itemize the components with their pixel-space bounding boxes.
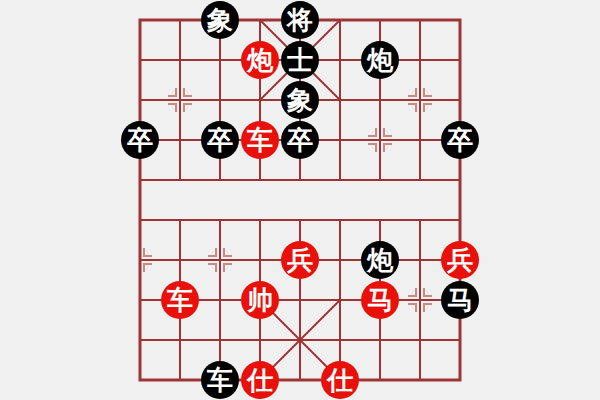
- board-point[interactable]: 仕: [240, 360, 280, 400]
- board-point[interactable]: [240, 160, 280, 200]
- piece-red-soldier[interactable]: 兵: [441, 241, 479, 279]
- board-point[interactable]: [400, 80, 440, 120]
- piece-black-elephant[interactable]: 象: [201, 1, 239, 39]
- board-point[interactable]: [160, 360, 200, 400]
- board-point[interactable]: [120, 360, 160, 400]
- board-point[interactable]: [440, 40, 480, 80]
- board-point[interactable]: [440, 360, 480, 400]
- board-point[interactable]: [400, 160, 440, 200]
- board-point[interactable]: [360, 0, 400, 40]
- piece-red-cannon[interactable]: 炮: [241, 41, 279, 79]
- board-point[interactable]: [320, 200, 360, 240]
- board-point[interactable]: [160, 160, 200, 200]
- piece-red-soldier[interactable]: 兵: [281, 241, 319, 279]
- board-point[interactable]: [280, 320, 320, 360]
- board-point[interactable]: 炮: [360, 40, 400, 80]
- board-point[interactable]: [320, 160, 360, 200]
- board-point[interactable]: [120, 80, 160, 120]
- piece-black-cannon[interactable]: 炮: [361, 241, 399, 279]
- board-point[interactable]: [200, 160, 240, 200]
- piece-black-elephant[interactable]: 象: [281, 81, 319, 119]
- board-point[interactable]: [320, 320, 360, 360]
- piece-red-chariot[interactable]: 车: [161, 281, 199, 319]
- board-point[interactable]: [400, 40, 440, 80]
- board-point[interactable]: [200, 200, 240, 240]
- board-point[interactable]: [400, 360, 440, 400]
- board-point[interactable]: 卒: [200, 120, 240, 160]
- board-point[interactable]: [360, 120, 400, 160]
- board-point[interactable]: [320, 0, 360, 40]
- board-point[interactable]: 象: [200, 0, 240, 40]
- board-point[interactable]: 卒: [120, 120, 160, 160]
- board-point[interactable]: [240, 80, 280, 120]
- piece-red-general[interactable]: 帅: [241, 281, 279, 319]
- board-point[interactable]: [360, 360, 400, 400]
- piece-red-advisor[interactable]: 仕: [241, 361, 279, 399]
- board-point[interactable]: [120, 200, 160, 240]
- board-point[interactable]: [120, 0, 160, 40]
- piece-black-advisor[interactable]: 士: [281, 41, 319, 79]
- board-point[interactable]: [320, 240, 360, 280]
- board-point[interactable]: [400, 200, 440, 240]
- piece-black-chariot[interactable]: 车: [201, 361, 239, 399]
- board-point[interactable]: 车: [200, 360, 240, 400]
- board-point[interactable]: 将: [280, 0, 320, 40]
- board-point[interactable]: 兵: [280, 240, 320, 280]
- piece-red-chariot[interactable]: 车: [241, 121, 279, 159]
- board-point[interactable]: [320, 80, 360, 120]
- board-point[interactable]: [200, 40, 240, 80]
- board-point[interactable]: [360, 200, 400, 240]
- board-point[interactable]: [280, 200, 320, 240]
- board-point[interactable]: [200, 320, 240, 360]
- board-point[interactable]: 车: [240, 120, 280, 160]
- board-point[interactable]: [280, 280, 320, 320]
- board-point[interactable]: [440, 0, 480, 40]
- board-point[interactable]: [160, 200, 200, 240]
- board-point[interactable]: 炮: [360, 240, 400, 280]
- piece-black-general[interactable]: 将: [281, 1, 319, 39]
- board-point[interactable]: [360, 320, 400, 360]
- board-point[interactable]: 卒: [440, 120, 480, 160]
- board-point[interactable]: 仕: [320, 360, 360, 400]
- board-point[interactable]: [400, 320, 440, 360]
- board-point[interactable]: [120, 40, 160, 80]
- board-point[interactable]: [160, 120, 200, 160]
- board-point[interactable]: [240, 200, 280, 240]
- piece-black-soldier[interactable]: 卒: [121, 121, 159, 159]
- piece-black-soldier[interactable]: 卒: [441, 121, 479, 159]
- board-point[interactable]: [240, 320, 280, 360]
- board-point[interactable]: [200, 240, 240, 280]
- board-point[interactable]: [360, 80, 400, 120]
- board-point[interactable]: [320, 40, 360, 80]
- board-point[interactable]: 象: [280, 80, 320, 120]
- board-point[interactable]: [120, 320, 160, 360]
- board-point[interactable]: [320, 280, 360, 320]
- board-point[interactable]: [400, 240, 440, 280]
- board-point[interactable]: [240, 0, 280, 40]
- board-point[interactable]: [160, 80, 200, 120]
- board-point[interactable]: [120, 160, 160, 200]
- board-point[interactable]: 卒: [280, 120, 320, 160]
- board-point[interactable]: 士: [280, 40, 320, 80]
- piece-black-soldier[interactable]: 卒: [201, 121, 239, 159]
- board-point[interactable]: [280, 360, 320, 400]
- xiangqi-board-grid: 象将炮士炮象卒卒车卒卒兵炮兵车帅马马车仕仕: [120, 0, 480, 400]
- board-point[interactable]: [400, 120, 440, 160]
- board-point[interactable]: [120, 280, 160, 320]
- board-point[interactable]: [160, 0, 200, 40]
- board-point[interactable]: [160, 40, 200, 80]
- board-point[interactable]: [240, 240, 280, 280]
- board-point[interactable]: [160, 320, 200, 360]
- board-point[interactable]: 兵: [440, 240, 480, 280]
- board-point[interactable]: [320, 120, 360, 160]
- piece-red-horse[interactable]: 马: [361, 281, 399, 319]
- board-point[interactable]: [400, 0, 440, 40]
- board-point[interactable]: [440, 80, 480, 120]
- piece-red-advisor[interactable]: 仕: [321, 361, 359, 399]
- piece-black-soldier[interactable]: 卒: [281, 121, 319, 159]
- board-point[interactable]: [440, 160, 480, 200]
- board-point[interactable]: [200, 280, 240, 320]
- board-point[interactable]: [440, 200, 480, 240]
- board-point[interactable]: [280, 160, 320, 200]
- board-point[interactable]: [440, 320, 480, 360]
- piece-black-cannon[interactable]: 炮: [361, 41, 399, 79]
- board-point[interactable]: [160, 240, 200, 280]
- board-point[interactable]: [360, 160, 400, 200]
- piece-black-horse[interactable]: 马: [441, 281, 479, 319]
- board-point[interactable]: [400, 280, 440, 320]
- board-point[interactable]: [120, 240, 160, 280]
- board-point[interactable]: 马: [360, 280, 400, 320]
- board-point[interactable]: 帅: [240, 280, 280, 320]
- board-point[interactable]: [200, 80, 240, 120]
- board-point[interactable]: 车: [160, 280, 200, 320]
- board-point[interactable]: 马: [440, 280, 480, 320]
- xiangqi-app-window: 象将炮士炮象卒卒车卒卒兵炮兵车帅马马车仕仕: [0, 0, 600, 400]
- board-point[interactable]: 炮: [240, 40, 280, 80]
